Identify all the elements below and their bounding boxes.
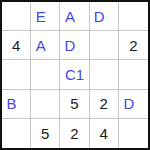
cell-value: 4 [12,38,20,53]
cell-r5c1[interactable] [2,119,31,148]
cell-r2c2[interactable]: A [31,31,60,60]
cell-value: 4 [100,126,108,141]
cell-value: 5 [70,96,78,111]
cell-value: 2 [70,126,78,141]
cell-r2c1[interactable]: 4 [2,31,31,60]
cell-r1c4[interactable]: D [90,2,119,31]
cell-r2c3[interactable]: D [60,31,89,60]
cell-r5c2[interactable]: 5 [31,119,60,148]
puzzle-grid: EAD4AD2C1B52D524 [0,0,150,150]
cell-value: D [94,9,105,24]
cell-r4c5[interactable]: D [119,90,148,119]
cell-r5c3[interactable]: 2 [60,119,89,148]
cell-r1c5[interactable] [119,2,148,31]
cell-r1c2[interactable]: E [31,2,60,31]
cell-value: C1 [65,67,84,82]
cell-value: A [65,9,75,24]
cell-r3c3[interactable]: C1 [60,60,89,89]
cell-value: 2 [100,96,108,111]
cell-r3c5[interactable] [119,60,148,89]
cell-value: D [65,38,76,53]
cell-r2c4[interactable] [90,31,119,60]
cell-r5c4[interactable]: 4 [90,119,119,148]
cell-r4c4[interactable]: 2 [90,90,119,119]
cell-value: D [123,96,134,111]
cell-r3c2[interactable] [31,60,60,89]
cell-value: B [7,96,17,111]
cell-r2c5[interactable]: 2 [119,31,148,60]
cell-value: E [36,9,46,24]
cell-r4c2[interactable] [31,90,60,119]
cell-r1c1[interactable] [2,2,31,31]
cell-value: 2 [129,38,137,53]
cell-r1c3[interactable]: A [60,2,89,31]
cell-r3c4[interactable] [90,60,119,89]
cell-value: 5 [41,126,49,141]
cell-r5c5[interactable] [119,119,148,148]
cell-r4c3[interactable]: 5 [60,90,89,119]
cell-r3c1[interactable] [2,60,31,89]
cell-r4c1[interactable]: B [2,90,31,119]
cell-value: A [36,38,46,53]
